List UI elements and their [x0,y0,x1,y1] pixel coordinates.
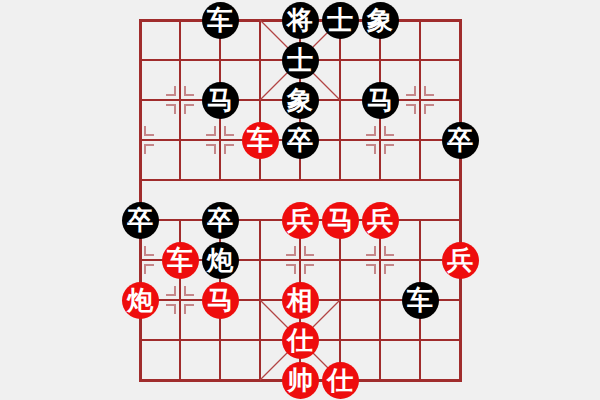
piece-red-chariot[interactable]: 车 [162,242,199,279]
piece-black-advisor[interactable]: 士 [282,42,319,79]
piece-red-horse[interactable]: 马 [202,282,239,319]
piece-red-soldier[interactable]: 兵 [282,202,319,239]
piece-black-general[interactable]: 将 [282,2,319,39]
piece-red-advisor[interactable]: 仕 [282,322,319,359]
piece-black-soldier[interactable]: 卒 [122,202,159,239]
piece-red-elephant[interactable]: 相 [282,282,319,319]
piece-red-soldier[interactable]: 兵 [442,242,479,279]
piece-black-horse[interactable]: 马 [202,82,239,119]
pieces-layer: 车将士象士马象马车卒卒卒卒兵马兵车炮兵炮马相车仕帅仕 [120,0,480,400]
piece-red-chariot[interactable]: 车 [242,122,279,159]
piece-red-advisor[interactable]: 仕 [322,362,359,399]
piece-red-general[interactable]: 帅 [282,362,319,399]
piece-red-soldier[interactable]: 兵 [362,202,399,239]
piece-black-advisor[interactable]: 士 [322,2,359,39]
piece-black-elephant[interactable]: 象 [362,2,399,39]
piece-black-cannon[interactable]: 炮 [202,242,239,279]
piece-black-soldier[interactable]: 卒 [282,122,319,159]
xiangqi-app-screen: 车将士象士马象马车卒卒卒卒兵马兵车炮兵炮马相车仕帅仕 [0,0,600,400]
piece-red-horse[interactable]: 马 [322,202,359,239]
piece-black-elephant[interactable]: 象 [282,82,319,119]
piece-black-soldier[interactable]: 卒 [442,122,479,159]
piece-black-chariot[interactable]: 车 [202,2,239,39]
piece-red-cannon[interactable]: 炮 [122,282,159,319]
piece-black-horse[interactable]: 马 [362,82,399,119]
piece-black-chariot[interactable]: 车 [402,282,439,319]
xiangqi-board: 车将士象士马象马车卒卒卒卒兵马兵车炮兵炮马相车仕帅仕 [140,20,460,380]
piece-black-soldier[interactable]: 卒 [202,202,239,239]
